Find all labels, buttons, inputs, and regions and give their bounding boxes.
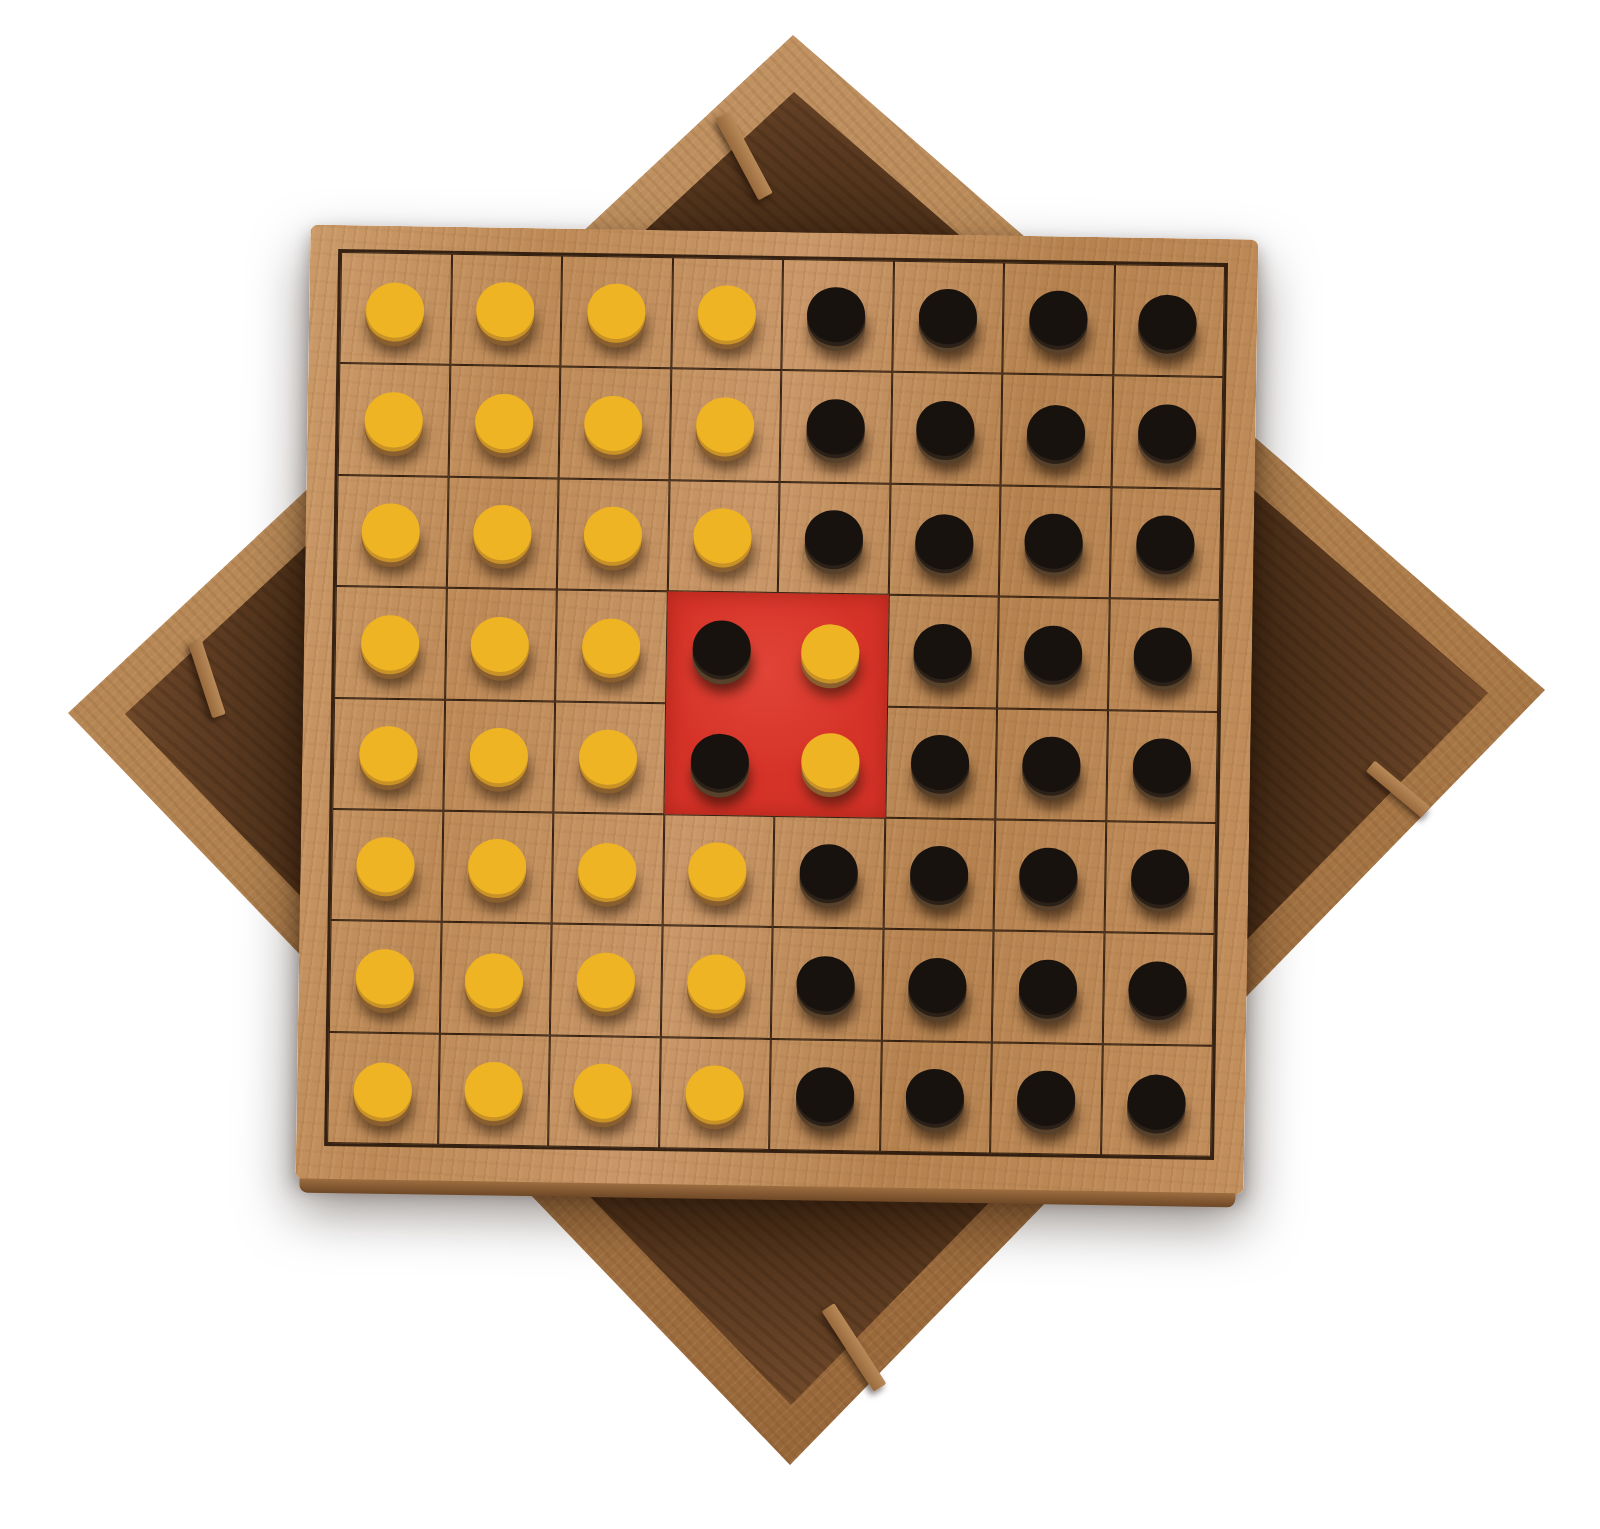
- board-cell-d7[interactable]: ●: [660, 925, 772, 1038]
- board-cell-c4[interactable]: ●: [555, 590, 667, 703]
- board-cell-c5[interactable]: ●: [553, 701, 665, 814]
- scene: ●●●●●●●●●●●●●●●●●●●●●●●●●●●●●●●●●●●●●●●●…: [0, 0, 1600, 1529]
- black-peg[interactable]: ●: [800, 495, 867, 568]
- yellow-peg[interactable]: ●: [574, 715, 642, 788]
- black-peg[interactable]: ●: [1133, 279, 1203, 354]
- black-peg[interactable]: ●: [909, 498, 979, 573]
- board-cell-b4[interactable]: ●: [445, 588, 557, 701]
- game-board: ●●●●●●●●●●●●●●●●●●●●●●●●●●●●●●●●●●●●●●●●…: [296, 225, 1259, 1195]
- board-cell-d1[interactable]: ●: [671, 257, 783, 370]
- board-cell-h1[interactable]: ●: [1113, 264, 1225, 377]
- board-cell-b6[interactable]: ●: [441, 811, 553, 924]
- board-cell-h6[interactable]: ●: [1104, 821, 1216, 934]
- board-cell-c8[interactable]: ●: [548, 1035, 660, 1148]
- board-cell-g5[interactable]: ●: [995, 708, 1107, 821]
- yellow-peg[interactable]: ●: [693, 271, 760, 344]
- board-cell-e1[interactable]: ●: [781, 259, 893, 372]
- black-peg[interactable]: ●: [909, 608, 976, 681]
- black-peg[interactable]: ●: [1020, 499, 1088, 572]
- yellow-peg[interactable]: ●: [360, 377, 427, 450]
- black-peg[interactable]: ●: [1015, 833, 1083, 906]
- board-grid: ●●●●●●●●●●●●●●●●●●●●●●●●●●●●●●●●●●●●●●●●…: [324, 249, 1228, 1160]
- board-cell-f2[interactable]: ●: [890, 372, 1002, 485]
- board-cell-f4[interactable]: ●: [887, 595, 999, 708]
- black-peg[interactable]: ●: [1013, 1056, 1080, 1129]
- black-peg[interactable]: ●: [1123, 946, 1191, 1019]
- yellow-peg[interactable]: ●: [797, 718, 864, 791]
- board-cell-a5[interactable]: ●: [332, 698, 444, 811]
- board-cell-b1[interactable]: ●: [450, 254, 562, 367]
- black-peg[interactable]: ●: [914, 274, 981, 347]
- black-peg[interactable]: ●: [1018, 722, 1085, 795]
- black-peg[interactable]: ●: [911, 386, 979, 459]
- board-cell-h7[interactable]: ●: [1102, 932, 1214, 1045]
- board-cell-a7[interactable]: ●: [329, 920, 441, 1033]
- board-cell-f7[interactable]: ●: [881, 929, 993, 1042]
- board-cell-c7[interactable]: ●: [550, 924, 662, 1037]
- yellow-peg[interactable]: ●: [683, 828, 751, 901]
- yellow-peg[interactable]: ●: [796, 608, 866, 683]
- black-peg[interactable]: ●: [1134, 389, 1201, 462]
- yellow-peg[interactable]: ●: [569, 1049, 637, 1122]
- board-cell-g8[interactable]: ●: [990, 1042, 1102, 1155]
- yellow-peg[interactable]: ●: [351, 934, 418, 1007]
- board-cell-a3[interactable]: ●: [336, 475, 448, 588]
- board-cell-f5[interactable]: ●: [885, 706, 997, 819]
- black-peg[interactable]: ●: [802, 273, 870, 346]
- yellow-peg[interactable]: ●: [352, 822, 420, 895]
- black-peg[interactable]: ●: [906, 720, 974, 793]
- board-cell-b3[interactable]: ●: [446, 477, 558, 590]
- board-cell-f8[interactable]: ●: [880, 1040, 992, 1153]
- black-peg[interactable]: ●: [906, 831, 973, 904]
- yellow-peg[interactable]: ●: [464, 824, 531, 897]
- black-peg[interactable]: ●: [1122, 1059, 1192, 1134]
- board-cell-d8[interactable]: ●: [659, 1037, 771, 1150]
- board-cell-d2[interactable]: ●: [669, 369, 781, 482]
- board-cell-c3[interactable]: ●: [557, 478, 669, 591]
- black-peg[interactable]: ●: [1014, 944, 1081, 1017]
- yellow-peg[interactable]: ●: [471, 379, 538, 452]
- board-cell-e6[interactable]: ●: [773, 816, 885, 929]
- board-cell-a8[interactable]: ●: [327, 1032, 439, 1145]
- board-cell-c6[interactable]: ●: [552, 812, 664, 925]
- black-peg[interactable]: ●: [685, 718, 755, 793]
- black-peg[interactable]: ●: [1127, 835, 1194, 908]
- yellow-peg[interactable]: ●: [459, 937, 529, 1012]
- board-cell-b8[interactable]: ●: [438, 1033, 550, 1146]
- board-cell-f1[interactable]: ●: [892, 261, 1004, 374]
- board-cell-b2[interactable]: ●: [448, 365, 560, 478]
- black-peg[interactable]: ●: [1022, 389, 1092, 464]
- board-cell-a1[interactable]: ●: [339, 252, 451, 365]
- board-cell-b7[interactable]: ●: [439, 922, 551, 1035]
- board-cell-d6[interactable]: ●: [662, 814, 774, 927]
- board-cell-g2[interactable]: ●: [1001, 374, 1113, 487]
- black-peg[interactable]: ●: [1128, 723, 1195, 796]
- yellow-peg[interactable]: ●: [357, 488, 425, 561]
- black-peg[interactable]: ●: [795, 829, 862, 902]
- board-cell-g7[interactable]: ●: [992, 931, 1104, 1044]
- yellow-peg[interactable]: ●: [580, 380, 648, 453]
- black-peg[interactable]: ●: [688, 605, 755, 678]
- board-cell-f3[interactable]: ●: [888, 483, 1000, 596]
- black-peg[interactable]: ●: [1020, 610, 1087, 683]
- board-cell-e4[interactable]: ●: [776, 593, 888, 706]
- black-peg[interactable]: ●: [1025, 276, 1092, 349]
- yellow-peg[interactable]: ●: [572, 937, 639, 1010]
- board-cell-h8[interactable]: ●: [1101, 1044, 1213, 1157]
- board-cell-a2[interactable]: ●: [338, 363, 450, 476]
- board-cell-c1[interactable]: ●: [560, 256, 672, 369]
- board-cell-e2[interactable]: ●: [780, 370, 892, 483]
- yellow-peg[interactable]: ●: [361, 267, 431, 342]
- board-cell-h4[interactable]: ●: [1108, 598, 1220, 711]
- board-cell-g1[interactable]: ●: [1002, 263, 1114, 376]
- board-cell-g6[interactable]: ●: [994, 819, 1106, 932]
- yellow-peg[interactable]: ●: [681, 1050, 748, 1123]
- board-cell-e7[interactable]: ●: [771, 927, 883, 1040]
- board-cell-e5[interactable]: ●: [774, 704, 886, 817]
- black-peg[interactable]: ●: [802, 384, 869, 457]
- yellow-peg[interactable]: ●: [579, 492, 646, 565]
- yellow-peg[interactable]: ●: [471, 267, 539, 340]
- yellow-peg[interactable]: ●: [466, 601, 534, 674]
- yellow-peg[interactable]: ●: [688, 494, 756, 567]
- black-peg[interactable]: ●: [792, 941, 860, 1014]
- board-cell-d5[interactable]: ●: [664, 703, 776, 816]
- board-cell-g3[interactable]: ●: [999, 485, 1111, 598]
- board-cell-d4[interactable]: ●: [666, 591, 778, 704]
- board-cell-h5[interactable]: ●: [1106, 710, 1218, 823]
- board-cell-d3[interactable]: ●: [667, 480, 779, 593]
- board-cell-f6[interactable]: ●: [883, 818, 995, 931]
- yellow-peg[interactable]: ●: [357, 600, 424, 673]
- board-cell-b5[interactable]: ●: [443, 699, 555, 812]
- yellow-peg[interactable]: ●: [683, 939, 750, 1012]
- board-cell-c2[interactable]: ●: [559, 367, 671, 480]
- yellow-peg[interactable]: ●: [348, 1046, 418, 1121]
- yellow-peg[interactable]: ●: [692, 382, 759, 455]
- yellow-peg[interactable]: ●: [578, 603, 645, 676]
- board-cell-g4[interactable]: ●: [997, 597, 1109, 710]
- board-cell-a6[interactable]: ●: [331, 809, 443, 922]
- yellow-peg[interactable]: ●: [573, 827, 643, 902]
- yellow-peg[interactable]: ●: [355, 711, 422, 784]
- black-peg[interactable]: ●: [1129, 612, 1197, 685]
- board-cell-a4[interactable]: ●: [334, 586, 446, 699]
- yellow-peg[interactable]: ●: [469, 490, 536, 563]
- black-peg[interactable]: ●: [901, 1054, 969, 1127]
- board-cell-h3[interactable]: ●: [1109, 487, 1221, 600]
- yellow-peg[interactable]: ●: [465, 713, 532, 786]
- black-peg[interactable]: ●: [904, 943, 971, 1016]
- board-cell-e8[interactable]: ●: [769, 1039, 881, 1152]
- board-cell-h2[interactable]: ●: [1111, 376, 1223, 489]
- black-peg[interactable]: ●: [1132, 501, 1199, 574]
- yellow-peg[interactable]: ●: [583, 269, 650, 342]
- black-peg[interactable]: ●: [792, 1052, 859, 1125]
- board-cell-e3[interactable]: ●: [778, 482, 890, 595]
- yellow-peg[interactable]: ●: [460, 1047, 527, 1120]
